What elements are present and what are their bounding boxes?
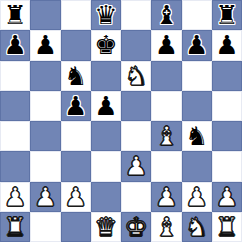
- square-c6[interactable]: ♞: [61, 61, 91, 91]
- white-bishop[interactable]: ♝: [155, 121, 178, 151]
- black-pawn[interactable]: ♟: [34, 30, 57, 60]
- square-b2[interactable]: ♟: [30, 182, 60, 212]
- square-e7[interactable]: [121, 30, 151, 60]
- square-g8[interactable]: [182, 0, 212, 30]
- square-b1[interactable]: [30, 212, 60, 242]
- square-c3[interactable]: [61, 151, 91, 181]
- square-g7[interactable]: ♟: [182, 30, 212, 60]
- square-e3[interactable]: ♟: [121, 151, 151, 181]
- square-d6[interactable]: [91, 61, 121, 91]
- square-c2[interactable]: ♟: [61, 182, 91, 212]
- black-pawn[interactable]: ♟: [155, 30, 178, 60]
- chess-board: ♜♛♝♜♟♟♚♟♟♟♞♞♟♟♝♞♟♟♟♟♟♟♟♜♛♚♝♞♜: [0, 0, 242, 242]
- square-f8[interactable]: ♝: [151, 0, 181, 30]
- square-d3[interactable]: [91, 151, 121, 181]
- white-pawn[interactable]: ♟: [124, 151, 147, 181]
- black-pawn[interactable]: ♟: [94, 91, 117, 121]
- white-rook[interactable]: ♜: [215, 212, 238, 242]
- square-h8[interactable]: ♜: [212, 0, 242, 30]
- square-g3[interactable]: [182, 151, 212, 181]
- square-g4[interactable]: ♞: [182, 121, 212, 151]
- black-bishop[interactable]: ♝: [155, 0, 178, 30]
- square-h7[interactable]: ♟: [212, 30, 242, 60]
- square-b4[interactable]: [30, 121, 60, 151]
- square-e6[interactable]: ♞: [121, 61, 151, 91]
- square-d8[interactable]: ♛: [91, 0, 121, 30]
- white-king[interactable]: ♚: [124, 212, 147, 242]
- square-a1[interactable]: ♜: [0, 212, 30, 242]
- square-b8[interactable]: [30, 0, 60, 30]
- white-pawn[interactable]: ♟: [64, 182, 87, 212]
- square-f5[interactable]: [151, 91, 181, 121]
- white-knight[interactable]: ♞: [185, 212, 208, 242]
- square-h6[interactable]: [212, 61, 242, 91]
- black-rook[interactable]: ♜: [215, 0, 238, 30]
- square-b7[interactable]: ♟: [30, 30, 60, 60]
- square-f1[interactable]: ♝: [151, 212, 181, 242]
- square-c5[interactable]: ♟: [61, 91, 91, 121]
- white-pawn[interactable]: ♟: [34, 182, 57, 212]
- black-pawn[interactable]: ♟: [64, 91, 87, 121]
- square-h4[interactable]: [212, 121, 242, 151]
- white-pawn[interactable]: ♟: [155, 182, 178, 212]
- square-g6[interactable]: [182, 61, 212, 91]
- square-b6[interactable]: [30, 61, 60, 91]
- square-e5[interactable]: [121, 91, 151, 121]
- square-d4[interactable]: [91, 121, 121, 151]
- black-knight[interactable]: ♞: [64, 61, 87, 91]
- square-h5[interactable]: [212, 91, 242, 121]
- square-a3[interactable]: [0, 151, 30, 181]
- square-g5[interactable]: [182, 91, 212, 121]
- black-knight[interactable]: ♞: [185, 121, 208, 151]
- square-e4[interactable]: [121, 121, 151, 151]
- square-c4[interactable]: [61, 121, 91, 151]
- black-queen[interactable]: ♛: [94, 0, 117, 30]
- square-c1[interactable]: [61, 212, 91, 242]
- square-f6[interactable]: [151, 61, 181, 91]
- black-king[interactable]: ♚: [94, 30, 117, 60]
- square-g1[interactable]: ♞: [182, 212, 212, 242]
- square-e8[interactable]: [121, 0, 151, 30]
- white-rook[interactable]: ♜: [3, 212, 26, 242]
- square-d1[interactable]: ♛: [91, 212, 121, 242]
- white-pawn[interactable]: ♟: [215, 182, 238, 212]
- black-rook[interactable]: ♜: [3, 0, 26, 30]
- square-b3[interactable]: [30, 151, 60, 181]
- square-f7[interactable]: ♟: [151, 30, 181, 60]
- black-pawn[interactable]: ♟: [3, 30, 26, 60]
- square-a8[interactable]: ♜: [0, 0, 30, 30]
- square-f2[interactable]: ♟: [151, 182, 181, 212]
- square-d5[interactable]: ♟: [91, 91, 121, 121]
- square-a5[interactable]: [0, 91, 30, 121]
- white-queen[interactable]: ♛: [94, 212, 117, 242]
- square-c8[interactable]: [61, 0, 91, 30]
- square-h2[interactable]: ♟: [212, 182, 242, 212]
- square-a6[interactable]: [0, 61, 30, 91]
- square-e1[interactable]: ♚: [121, 212, 151, 242]
- square-a7[interactable]: ♟: [0, 30, 30, 60]
- square-h3[interactable]: [212, 151, 242, 181]
- square-d2[interactable]: [91, 182, 121, 212]
- square-a4[interactable]: [0, 121, 30, 151]
- square-f3[interactable]: [151, 151, 181, 181]
- square-e2[interactable]: [121, 182, 151, 212]
- square-h1[interactable]: ♜: [212, 212, 242, 242]
- white-bishop[interactable]: ♝: [155, 212, 178, 242]
- black-pawn[interactable]: ♟: [215, 30, 238, 60]
- white-pawn[interactable]: ♟: [3, 182, 26, 212]
- square-b5[interactable]: [30, 91, 60, 121]
- square-g2[interactable]: ♟: [182, 182, 212, 212]
- black-pawn[interactable]: ♟: [185, 30, 208, 60]
- square-d7[interactable]: ♚: [91, 30, 121, 60]
- white-pawn[interactable]: ♟: [185, 182, 208, 212]
- square-a2[interactable]: ♟: [0, 182, 30, 212]
- white-knight[interactable]: ♞: [124, 61, 147, 91]
- square-f4[interactable]: ♝: [151, 121, 181, 151]
- square-c7[interactable]: [61, 30, 91, 60]
